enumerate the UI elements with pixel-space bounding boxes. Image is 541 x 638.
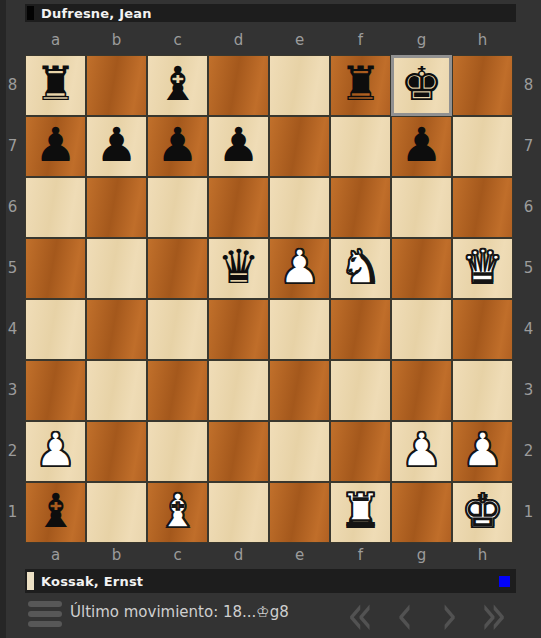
square-f5[interactable]: ♞: [330, 238, 391, 299]
file-label-c: c: [147, 544, 208, 566]
rank-label-7: 7: [3, 116, 22, 177]
square-g2[interactable]: ♟: [391, 421, 452, 482]
square-c1[interactable]: ♝: [147, 482, 208, 543]
file-label-f: f: [330, 544, 391, 566]
square-f7[interactable]: [330, 116, 391, 177]
square-b1[interactable]: [86, 482, 147, 543]
menu-button[interactable]: [28, 601, 62, 627]
square-e3[interactable]: [269, 360, 330, 421]
square-g3[interactable]: [391, 360, 452, 421]
square-d4[interactable]: [208, 299, 269, 360]
square-a3[interactable]: [25, 360, 86, 421]
square-g5[interactable]: [391, 238, 452, 299]
piece-black-pawn[interactable]: ♟: [217, 121, 259, 168]
file-label-b: b: [86, 544, 147, 566]
piece-black-rook[interactable]: ♜: [34, 60, 76, 107]
white-color-indicator: [27, 572, 34, 590]
square-h5[interactable]: ♛: [452, 238, 513, 299]
file-labels-bottom: abcdefgh: [25, 544, 513, 566]
square-f8[interactable]: ♜: [330, 55, 391, 116]
last-move-status: Último movimiento: 18...♔g8: [70, 597, 289, 627]
square-b6[interactable]: [86, 177, 147, 238]
square-e2[interactable]: [269, 421, 330, 482]
piece-white-pawn[interactable]: ♟: [34, 426, 76, 473]
square-f1[interactable]: ♜: [330, 482, 391, 543]
square-h7[interactable]: [452, 116, 513, 177]
piece-black-bishop[interactable]: ♝: [34, 487, 76, 534]
top-player-bar: Dufresne, Jean: [25, 4, 516, 22]
chess-board[interactable]: ♜♝♜♚♟♟♟♟♟♛♟♞♛♟♟♟♝♝♜♚: [25, 55, 513, 543]
square-d6[interactable]: [208, 177, 269, 238]
square-f2[interactable]: [330, 421, 391, 482]
square-a7[interactable]: ♟: [25, 116, 86, 177]
square-d3[interactable]: [208, 360, 269, 421]
square-b5[interactable]: [86, 238, 147, 299]
square-c5[interactable]: [147, 238, 208, 299]
square-b3[interactable]: [86, 360, 147, 421]
rank-label-1: 1: [3, 482, 22, 543]
square-c8[interactable]: ♝: [147, 55, 208, 116]
square-h3[interactable]: [452, 360, 513, 421]
last-move-button[interactable]: »: [472, 588, 517, 638]
square-g1[interactable]: [391, 482, 452, 543]
square-d8[interactable]: [208, 55, 269, 116]
square-g4[interactable]: [391, 299, 452, 360]
square-h6[interactable]: [452, 177, 513, 238]
piece-white-pawn[interactable]: ♟: [461, 426, 503, 473]
piece-black-queen[interactable]: ♛: [217, 243, 259, 290]
file-label-d: d: [208, 544, 269, 566]
square-e7[interactable]: [269, 116, 330, 177]
square-b2[interactable]: [86, 421, 147, 482]
piece-white-knight[interactable]: ♞: [339, 243, 381, 290]
square-a6[interactable]: [25, 177, 86, 238]
square-e5[interactable]: ♟: [269, 238, 330, 299]
square-a5[interactable]: [25, 238, 86, 299]
rank-label-6: 6: [3, 177, 22, 238]
file-label-c: c: [147, 29, 208, 51]
piece-black-pawn[interactable]: ♟: [95, 121, 137, 168]
file-labels-top: abcdefgh: [25, 29, 513, 51]
rank-label-5: 5: [3, 238, 22, 299]
square-d5[interactable]: ♛: [208, 238, 269, 299]
file-label-b: b: [86, 29, 147, 51]
piece-white-pawn[interactable]: ♟: [278, 243, 320, 290]
square-f3[interactable]: [330, 360, 391, 421]
black-color-indicator: [27, 6, 34, 20]
piece-black-pawn[interactable]: ♟: [400, 121, 442, 168]
square-a4[interactable]: [25, 299, 86, 360]
file-label-g: g: [391, 544, 452, 566]
piece-black-king[interactable]: ♚: [400, 60, 442, 107]
square-e1[interactable]: [269, 482, 330, 543]
square-b7[interactable]: ♟: [86, 116, 147, 177]
piece-black-bishop[interactable]: ♝: [156, 60, 198, 107]
rank-label-1: 1: [519, 482, 538, 543]
file-label-f: f: [330, 29, 391, 51]
rank-label-3: 3: [519, 360, 538, 421]
rank-label-5: 5: [519, 238, 538, 299]
rank-label-2: 2: [3, 421, 22, 482]
move-navigation: « ‹ › »: [338, 592, 516, 636]
piece-white-queen[interactable]: ♛: [461, 243, 503, 290]
square-c2[interactable]: [147, 421, 208, 482]
rank-label-4: 4: [519, 299, 538, 360]
square-f6[interactable]: [330, 177, 391, 238]
square-c6[interactable]: [147, 177, 208, 238]
piece-white-pawn[interactable]: ♟: [400, 426, 442, 473]
rank-label-8: 8: [519, 55, 538, 116]
square-b4[interactable]: [86, 299, 147, 360]
square-h4[interactable]: [452, 299, 513, 360]
square-h8[interactable]: [452, 55, 513, 116]
square-d7[interactable]: ♟: [208, 116, 269, 177]
square-h2[interactable]: ♟: [452, 421, 513, 482]
square-g6[interactable]: [391, 177, 452, 238]
first-move-button[interactable]: «: [338, 588, 383, 638]
rank-label-7: 7: [519, 116, 538, 177]
square-e8[interactable]: [269, 55, 330, 116]
top-player-name: Dufresne, Jean: [41, 6, 152, 21]
piece-white-rook[interactable]: ♜: [339, 487, 381, 534]
file-label-h: h: [452, 29, 513, 51]
rank-labels-right: 87654321: [519, 55, 538, 543]
square-g7[interactable]: ♟: [391, 116, 452, 177]
square-e6[interactable]: [269, 177, 330, 238]
rank-label-4: 4: [3, 299, 22, 360]
rank-label-6: 6: [519, 177, 538, 238]
file-label-a: a: [25, 29, 86, 51]
square-f4[interactable]: [330, 299, 391, 360]
square-a8[interactable]: ♜: [25, 55, 86, 116]
rank-labels-left: 87654321: [3, 55, 22, 543]
square-c3[interactable]: [147, 360, 208, 421]
rank-label-8: 8: [3, 55, 22, 116]
square-b8[interactable]: [86, 55, 147, 116]
square-d2[interactable]: [208, 421, 269, 482]
piece-white-king[interactable]: ♚: [461, 487, 503, 534]
square-e4[interactable]: [269, 299, 330, 360]
next-move-button[interactable]: ›: [427, 588, 472, 638]
file-label-d: d: [208, 29, 269, 51]
file-label-a: a: [25, 544, 86, 566]
file-label-h: h: [452, 544, 513, 566]
piece-white-bishop[interactable]: ♝: [156, 487, 198, 534]
file-label-e: e: [269, 544, 330, 566]
square-a2[interactable]: ♟: [25, 421, 86, 482]
square-c4[interactable]: [147, 299, 208, 360]
square-h1[interactable]: ♚: [452, 482, 513, 543]
piece-black-rook[interactable]: ♜: [339, 60, 381, 107]
square-g8[interactable]: ♚: [391, 55, 452, 116]
piece-black-pawn[interactable]: ♟: [156, 121, 198, 168]
rank-label-2: 2: [519, 421, 538, 482]
hamburger-icon: [28, 601, 62, 607]
file-label-g: g: [391, 29, 452, 51]
bottom-player-name: Kossak, Ernst: [41, 574, 143, 589]
previous-move-button[interactable]: ‹: [383, 588, 428, 638]
piece-black-pawn[interactable]: ♟: [34, 121, 76, 168]
square-c7[interactable]: ♟: [147, 116, 208, 177]
square-d1[interactable]: [208, 482, 269, 543]
square-a1[interactable]: ♝: [25, 482, 86, 543]
file-label-e: e: [269, 29, 330, 51]
rank-label-3: 3: [3, 360, 22, 421]
